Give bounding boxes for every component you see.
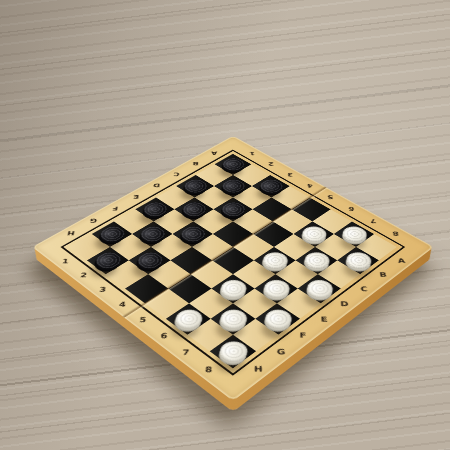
file-label-near-A: A — [391, 255, 412, 267]
rank-label-near-8: 8 — [197, 362, 218, 377]
rank-label-near-4: 4 — [111, 298, 132, 311]
file-label-near-F: F — [292, 328, 313, 342]
rank-label-far-4: 4 — [301, 181, 319, 191]
file-label-near-H: H — [247, 362, 268, 377]
file-label-far-B: B — [187, 159, 204, 168]
file-label-far-E: E — [127, 192, 145, 202]
rank-label-near-3: 3 — [92, 283, 113, 296]
rank-label-far-3: 3 — [281, 170, 298, 180]
file-label-near-E: E — [313, 313, 334, 327]
rank-label-near-5: 5 — [132, 313, 153, 327]
rank-label-far-1: 1 — [244, 149, 260, 158]
file-label-near-C: C — [353, 283, 374, 296]
file-label-far-D: D — [147, 181, 165, 191]
file-label-far-A: A — [206, 149, 222, 158]
rank-label-far-8: 8 — [385, 228, 405, 239]
file-label-near-B: B — [372, 269, 393, 281]
rank-label-far-2: 2 — [262, 159, 279, 168]
file-label-near-G: G — [270, 345, 291, 360]
rank-label-near-6: 6 — [153, 328, 174, 342]
file-label-near-D: D — [334, 298, 355, 311]
rank-label-near-2: 2 — [73, 269, 94, 281]
table-surface: HHGGFFEEDDCCBBAA1122334455667788 — [0, 0, 450, 450]
rank-label-far-5: 5 — [321, 192, 339, 202]
board-face: HHGGFFEEDDCCBBAA1122334455667788 — [32, 136, 434, 401]
rank-label-far-6: 6 — [342, 203, 361, 213]
rank-label-near-1: 1 — [54, 255, 75, 267]
rank-label-near-7: 7 — [175, 345, 196, 360]
file-label-far-C: C — [167, 170, 184, 180]
checkers-board: HHGGFFEEDDCCBBAA1122334455667788 — [32, 136, 434, 401]
rank-label-far-7: 7 — [363, 215, 382, 226]
file-label-far-G: G — [83, 215, 102, 226]
file-label-far-H: H — [61, 228, 81, 239]
file-label-far-F: F — [105, 203, 124, 213]
